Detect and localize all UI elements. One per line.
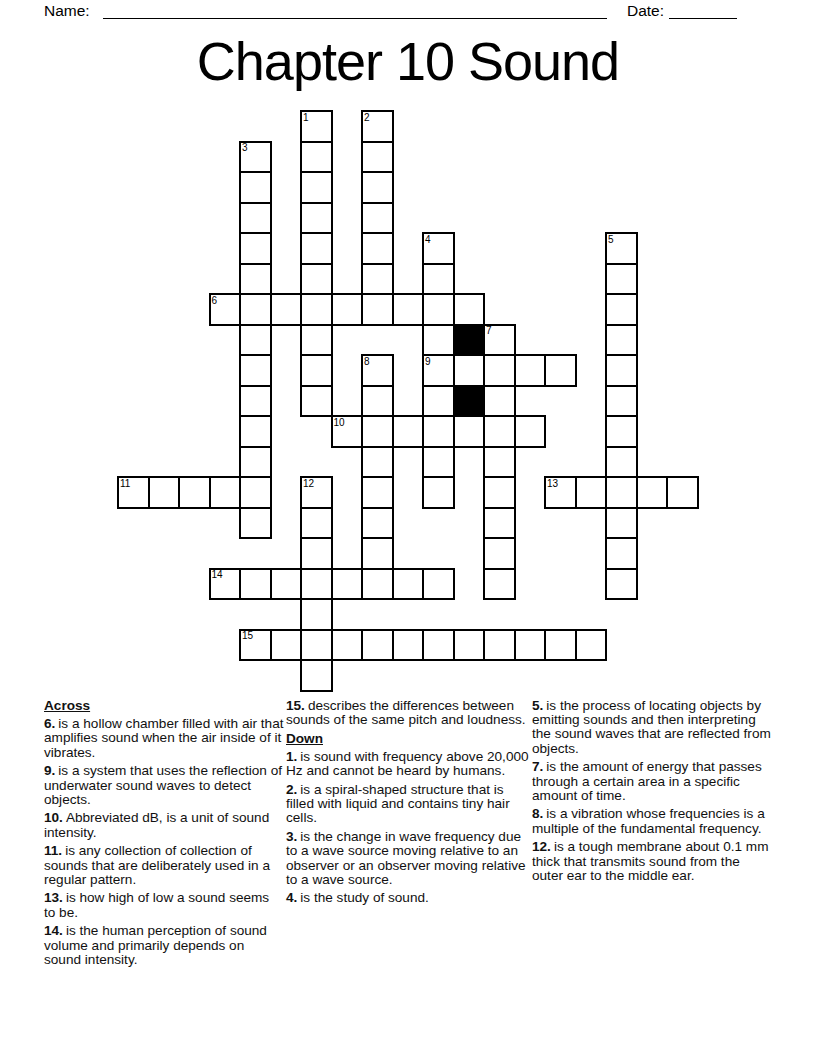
- grid-cell[interactable]: [361, 293, 394, 326]
- clue-down-12: 12.is a tough membrane about 0.1 mm thic…: [532, 840, 772, 883]
- grid-cell[interactable]: [239, 415, 272, 448]
- grid-cell[interactable]: [239, 568, 272, 601]
- clue-text: is a tough membrane about 0.1 mm thick t…: [532, 839, 769, 882]
- clue-text: is a spiral-shaped structure that is fil…: [286, 782, 510, 825]
- clue-down-8: 8.is a vibration whose frequencies is a …: [532, 807, 772, 835]
- grid-cell[interactable]: [483, 385, 516, 418]
- grid-cell[interactable]: [300, 659, 333, 692]
- grid-cell[interactable]: [361, 415, 394, 448]
- clue-number: 7.: [532, 759, 543, 774]
- clue-text: is a vibration whose frequencies is a mu…: [532, 806, 765, 835]
- grid-cell[interactable]: [300, 537, 333, 570]
- clue-text: is the amount of energy that passes thro…: [532, 759, 762, 802]
- cell-number: 13: [547, 479, 558, 489]
- grid-cell[interactable]: [300, 568, 333, 601]
- clue-across-15: 15.describes the differences between sou…: [286, 699, 532, 727]
- grid-cell[interactable]: [422, 385, 455, 418]
- clue-down-7: 7.is the amount of energy that passes th…: [532, 760, 772, 803]
- grid-cell[interactable]: [453, 629, 486, 662]
- clue-text: is the study of sound.: [300, 890, 428, 905]
- clue-across-14: 14.is the human perception of sound volu…: [44, 924, 284, 967]
- clue-text: is a system that uses the reflection of …: [44, 763, 282, 806]
- grid-cell[interactable]: [514, 354, 547, 387]
- clue-column-left: Across 6.is a hollow chamber filled with…: [44, 699, 284, 971]
- grid-cell[interactable]: [605, 263, 638, 296]
- grid-cell[interactable]: [453, 415, 486, 448]
- cell-number: 9: [425, 357, 431, 367]
- clue-number: 6.: [44, 716, 55, 731]
- grid-cell[interactable]: [300, 629, 333, 662]
- cell-number: 12: [303, 479, 314, 489]
- down-header: Down: [286, 732, 532, 746]
- cell-number: 5: [608, 235, 614, 245]
- grid-cell[interactable]: [605, 324, 638, 357]
- clue-number: 13.: [44, 890, 63, 905]
- grid-cell[interactable]: [514, 629, 547, 662]
- grid-cell[interactable]: [239, 446, 272, 479]
- grid-cell[interactable]: [392, 293, 425, 326]
- grid-cell[interactable]: [605, 385, 638, 418]
- grid-cell[interactable]: [239, 324, 272, 357]
- grid-cell[interactable]: [239, 263, 272, 296]
- clue-number: 11.: [44, 843, 62, 858]
- grid-cell[interactable]: [361, 141, 394, 174]
- grid-cell[interactable]: [483, 629, 516, 662]
- clue-across-6: 6.is a hollow chamber filled with air th…: [44, 717, 284, 760]
- grid-cell[interactable]: [361, 568, 394, 601]
- clue-text: is the process of locating objects by em…: [532, 698, 771, 756]
- grid-cell[interactable]: [300, 385, 333, 418]
- clue-number: 4.: [286, 890, 297, 905]
- grid-cell[interactable]: [270, 629, 303, 662]
- grid-cell[interactable]: [605, 476, 638, 509]
- date-blank-line[interactable]: [669, 2, 737, 19]
- clue-across-11: 11.is any collection of collection of so…: [44, 844, 284, 887]
- grid-cell[interactable]: [575, 629, 608, 662]
- grid-cell[interactable]: [239, 385, 272, 418]
- clue-number: 1.: [286, 749, 297, 764]
- clue-column-right: 5.is the process of locating objects by …: [532, 699, 772, 887]
- grid-cell[interactable]: [239, 293, 272, 326]
- cell-number: 15: [242, 631, 253, 641]
- clue-down-4: 4.is the study of sound.: [286, 891, 532, 905]
- grid-cell[interactable]: [361, 446, 394, 479]
- clue-down-1: 1.is sound with frequency above 20,000 H…: [286, 750, 532, 778]
- cell-number: 8: [364, 357, 370, 367]
- grid-cell[interactable]: [605, 293, 638, 326]
- date-label: Date:: [627, 2, 664, 20]
- grid-cell[interactable]: [422, 293, 455, 326]
- grid-cell[interactable]: [239, 232, 272, 265]
- clue-number: 15.: [286, 698, 305, 713]
- grid-cell[interactable]: [331, 293, 364, 326]
- clue-text: is the change in wave frequency due to a…: [286, 829, 526, 887]
- grid-cell[interactable]: [361, 171, 394, 204]
- clue-number: 5.: [532, 698, 543, 713]
- grid-cell[interactable]: [361, 507, 394, 540]
- grid-cell[interactable]: [483, 446, 516, 479]
- grid-cell[interactable]: [331, 629, 364, 662]
- name-blank-line[interactable]: [103, 2, 607, 19]
- clue-down-5: 5.is the process of locating objects by …: [532, 699, 772, 756]
- grid-cell[interactable]: [209, 476, 242, 509]
- grid-cell[interactable]: [605, 507, 638, 540]
- clue-across-10: 10.Abbreviated dB, is a unit of sound in…: [44, 811, 284, 839]
- grid-cell[interactable]: [422, 324, 455, 357]
- clue-text: is sound with frequency above 20,000 Hz …: [286, 749, 529, 778]
- grid-cell[interactable]: [178, 476, 211, 509]
- grid-cell[interactable]: [666, 476, 699, 509]
- grid-cell[interactable]: [300, 171, 333, 204]
- grid-cell[interactable]: [392, 629, 425, 662]
- clue-down-3: 3.is the change in wave frequency due to…: [286, 830, 532, 887]
- clue-number: 2.: [286, 782, 297, 797]
- clue-number: 9.: [44, 763, 55, 778]
- grid-cell[interactable]: [331, 568, 364, 601]
- grid-cell[interactable]: [361, 629, 394, 662]
- grid-cell[interactable]: [544, 629, 577, 662]
- cell-number: 4: [425, 235, 431, 245]
- cell-number: 6: [212, 296, 218, 306]
- cell-number: 2: [364, 113, 370, 123]
- cell-number: 14: [212, 570, 223, 580]
- clue-text: is any collection of collection of sound…: [44, 843, 270, 886]
- clue-number: 8.: [532, 806, 543, 821]
- grid-cell[interactable]: [422, 263, 455, 296]
- grid-cell[interactable]: [239, 171, 272, 204]
- puzzle-title: Chapter 10 Sound: [0, 32, 816, 90]
- clue-text: Abbreviated dB, is a unit of sound inten…: [44, 810, 269, 839]
- grid-cell[interactable]: [239, 202, 272, 235]
- grid-cell[interactable]: [361, 476, 394, 509]
- crossword-grid: 123456789101112131415: [117, 110, 701, 694]
- clue-down-2: 2.is a spiral-shaped structure that is f…: [286, 783, 532, 826]
- grid-cell[interactable]: [270, 293, 303, 326]
- grid-cell[interactable]: [300, 293, 333, 326]
- grid-cell[interactable]: [300, 324, 333, 357]
- clue-text: describes the differences between sounds…: [286, 698, 526, 727]
- grid-cell[interactable]: [270, 568, 303, 601]
- grid-cell[interactable]: [544, 354, 577, 387]
- black-cell: [453, 385, 486, 418]
- grid-cell[interactable]: [483, 415, 516, 448]
- clue-across-9: 9.is a system that uses the reflection o…: [44, 764, 284, 807]
- grid-cell[interactable]: [361, 385, 394, 418]
- clue-column-middle: 15.describes the differences between sou…: [286, 699, 532, 910]
- grid-cell[interactable]: [636, 476, 669, 509]
- grid-cell[interactable]: [483, 537, 516, 570]
- grid-cell[interactable]: [422, 629, 455, 662]
- grid-cell[interactable]: [575, 476, 608, 509]
- grid-cell[interactable]: [300, 232, 333, 265]
- grid-cell[interactable]: [361, 263, 394, 296]
- grid-cell[interactable]: [300, 202, 333, 235]
- grid-cell[interactable]: [605, 415, 638, 448]
- grid-cell[interactable]: [300, 598, 333, 631]
- grid-cell[interactable]: [148, 476, 181, 509]
- clue-number: 3.: [286, 829, 297, 844]
- grid-cell[interactable]: [422, 476, 455, 509]
- grid-cell[interactable]: [300, 141, 333, 174]
- clue-number: 12.: [532, 839, 551, 854]
- clue-text: is a hollow chamber filled with air that…: [44, 716, 284, 759]
- grid-cell[interactable]: [392, 415, 425, 448]
- clue-number: 10.: [44, 810, 63, 825]
- grid-cell[interactable]: [361, 202, 394, 235]
- grid-cell[interactable]: [453, 293, 486, 326]
- grid-cell[interactable]: [605, 568, 638, 601]
- grid-cell[interactable]: [605, 354, 638, 387]
- grid-cell[interactable]: [239, 476, 272, 509]
- clue-text: is how high of low a sound seems to be.: [44, 890, 269, 919]
- grid-cell[interactable]: [300, 507, 333, 540]
- grid-cell[interactable]: [361, 232, 394, 265]
- grid-cell[interactable]: [453, 354, 486, 387]
- black-cell: [453, 324, 486, 357]
- grid-cell[interactable]: [483, 354, 516, 387]
- grid-cell[interactable]: [605, 537, 638, 570]
- grid-cell[interactable]: [300, 263, 333, 296]
- cell-number: 11: [120, 479, 130, 489]
- grid-cell[interactable]: [239, 354, 272, 387]
- grid-cell[interactable]: [239, 507, 272, 540]
- grid-cell[interactable]: [422, 446, 455, 479]
- grid-cell[interactable]: [483, 507, 516, 540]
- clue-number: 14.: [44, 923, 63, 938]
- clue-text: is the human perception of sound volume …: [44, 923, 267, 966]
- clue-across-13: 13.is how high of low a sound seems to b…: [44, 891, 284, 919]
- grid-cell[interactable]: [392, 568, 425, 601]
- worksheet-page: Name: Date: Chapter 10 Sound 12345678910…: [0, 0, 816, 1056]
- cell-number: 7: [486, 326, 492, 336]
- grid-cell[interactable]: [605, 446, 638, 479]
- cell-number: 3: [242, 143, 248, 153]
- grid-cell[interactable]: [483, 568, 516, 601]
- across-header: Across: [44, 699, 284, 713]
- grid-cell[interactable]: [422, 568, 455, 601]
- cell-number: 1: [303, 113, 309, 123]
- grid-cell[interactable]: [300, 354, 333, 387]
- grid-cell[interactable]: [361, 537, 394, 570]
- grid-cell[interactable]: [514, 415, 547, 448]
- name-label: Name:: [44, 2, 90, 20]
- grid-cell[interactable]: [483, 476, 516, 509]
- cell-number: 10: [334, 418, 345, 428]
- grid-cell[interactable]: [422, 415, 455, 448]
